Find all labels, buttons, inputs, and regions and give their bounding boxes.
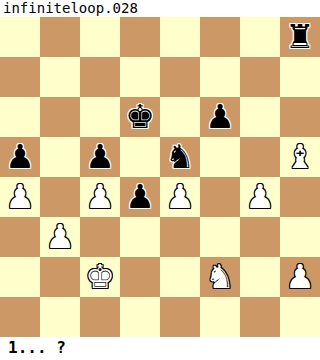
square-g7[interactable] bbox=[240, 57, 280, 97]
square-h4[interactable] bbox=[280, 177, 320, 217]
square-f8[interactable] bbox=[200, 17, 240, 57]
square-a5[interactable]: ♟ bbox=[0, 137, 40, 177]
square-c6[interactable] bbox=[80, 97, 120, 137]
square-d1[interactable] bbox=[120, 297, 160, 337]
black-pawn: ♟ bbox=[85, 137, 115, 177]
square-e5[interactable]: ♞ bbox=[160, 137, 200, 177]
square-d5[interactable] bbox=[120, 137, 160, 177]
square-a3[interactable] bbox=[0, 217, 40, 257]
black-pawn: ♟ bbox=[205, 97, 235, 137]
square-e3[interactable] bbox=[160, 217, 200, 257]
black-pawn: ♟ bbox=[125, 177, 155, 217]
square-f2[interactable]: ♞ bbox=[200, 257, 240, 297]
white-knight: ♞ bbox=[205, 257, 235, 297]
white-pawn: ♟ bbox=[245, 177, 275, 217]
square-d3[interactable] bbox=[120, 217, 160, 257]
square-b7[interactable] bbox=[40, 57, 80, 97]
square-f7[interactable] bbox=[200, 57, 240, 97]
square-b6[interactable] bbox=[40, 97, 80, 137]
square-e7[interactable] bbox=[160, 57, 200, 97]
square-f1[interactable] bbox=[200, 297, 240, 337]
square-f4[interactable] bbox=[200, 177, 240, 217]
square-b4[interactable] bbox=[40, 177, 80, 217]
square-b8[interactable] bbox=[40, 17, 80, 57]
square-h6[interactable] bbox=[280, 97, 320, 137]
square-b3[interactable]: ♟ bbox=[40, 217, 80, 257]
square-d2[interactable] bbox=[120, 257, 160, 297]
puzzle-title: infiniteloop.028 bbox=[0, 0, 320, 17]
white-pawn: ♟ bbox=[285, 257, 315, 297]
square-c1[interactable] bbox=[80, 297, 120, 337]
square-h7[interactable] bbox=[280, 57, 320, 97]
square-g1[interactable] bbox=[240, 297, 280, 337]
square-e2[interactable] bbox=[160, 257, 200, 297]
square-c8[interactable] bbox=[80, 17, 120, 57]
square-c3[interactable] bbox=[80, 217, 120, 257]
black-pawn: ♟ bbox=[5, 137, 35, 177]
square-a7[interactable] bbox=[0, 57, 40, 97]
white-pawn: ♟ bbox=[165, 177, 195, 217]
square-a4[interactable]: ♟ bbox=[0, 177, 40, 217]
white-pawn: ♟ bbox=[85, 177, 115, 217]
square-e1[interactable] bbox=[160, 297, 200, 337]
square-c7[interactable] bbox=[80, 57, 120, 97]
square-a1[interactable] bbox=[0, 297, 40, 337]
square-f5[interactable] bbox=[200, 137, 240, 177]
square-a6[interactable] bbox=[0, 97, 40, 137]
white-pawn: ♟ bbox=[5, 177, 35, 217]
square-g3[interactable] bbox=[240, 217, 280, 257]
square-d8[interactable] bbox=[120, 17, 160, 57]
black-rook: ♜ bbox=[285, 17, 315, 57]
white-bishop: ♝ bbox=[285, 137, 315, 177]
square-b5[interactable] bbox=[40, 137, 80, 177]
white-pawn: ♟ bbox=[45, 217, 75, 257]
square-g5[interactable] bbox=[240, 137, 280, 177]
square-g8[interactable] bbox=[240, 17, 280, 57]
square-c4[interactable]: ♟ bbox=[80, 177, 120, 217]
square-e8[interactable] bbox=[160, 17, 200, 57]
square-d7[interactable] bbox=[120, 57, 160, 97]
square-e4[interactable]: ♟ bbox=[160, 177, 200, 217]
white-king: ♚ bbox=[85, 257, 115, 297]
square-h5[interactable]: ♝ bbox=[280, 137, 320, 177]
square-h8[interactable]: ♜ bbox=[280, 17, 320, 57]
black-knight: ♞ bbox=[165, 137, 195, 177]
square-h2[interactable]: ♟ bbox=[280, 257, 320, 297]
square-g4[interactable]: ♟ bbox=[240, 177, 280, 217]
square-a8[interactable] bbox=[0, 17, 40, 57]
square-d4[interactable]: ♟ bbox=[120, 177, 160, 217]
square-b1[interactable] bbox=[40, 297, 80, 337]
square-g2[interactable] bbox=[240, 257, 280, 297]
square-c2[interactable]: ♚ bbox=[80, 257, 120, 297]
square-f6[interactable]: ♟ bbox=[200, 97, 240, 137]
square-h3[interactable] bbox=[280, 217, 320, 257]
move-prompt: 1... ? bbox=[0, 337, 320, 360]
black-king: ♚ bbox=[125, 97, 155, 137]
square-c5[interactable]: ♟ bbox=[80, 137, 120, 177]
square-f3[interactable] bbox=[200, 217, 240, 257]
square-a2[interactable] bbox=[0, 257, 40, 297]
square-b2[interactable] bbox=[40, 257, 80, 297]
square-g6[interactable] bbox=[240, 97, 280, 137]
square-h1[interactable] bbox=[280, 297, 320, 337]
chess-board: ♜♚♟♟♟♞♝♟♟♟♟♟♟♚♞♟ bbox=[0, 17, 320, 337]
square-e6[interactable] bbox=[160, 97, 200, 137]
square-d6[interactable]: ♚ bbox=[120, 97, 160, 137]
